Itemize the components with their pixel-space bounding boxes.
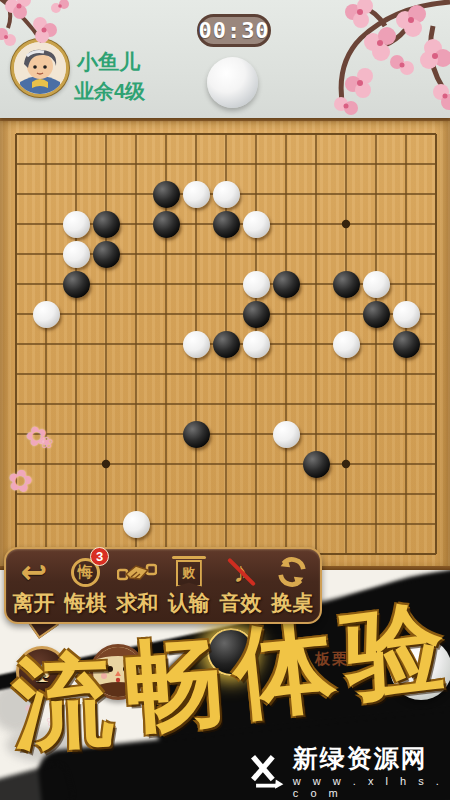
undo-label: 悔棋	[65, 592, 107, 613]
board-stones-grid[interactable]	[1, 119, 450, 569]
black-stone	[93, 241, 120, 268]
black-stone	[153, 181, 180, 208]
headline-char: 流	[11, 652, 114, 755]
draw-label: 求和	[116, 592, 158, 613]
site-name: 新绿资源网	[293, 745, 428, 773]
go-board[interactable]: ✿ ❀ ✿	[0, 117, 450, 570]
turn-indicator-white-stone	[207, 57, 258, 108]
site-logo: 新绿资源网 w w w . x l h s . c o m	[250, 745, 450, 799]
black-stone	[63, 271, 90, 298]
white-stone	[213, 181, 240, 208]
leave-label: 离开	[13, 592, 55, 613]
black-stone	[393, 331, 420, 358]
cherry-blossom-top-left	[0, 0, 94, 72]
handshake-icon	[117, 557, 157, 587]
white-stone	[33, 301, 60, 328]
black-stone	[243, 301, 270, 328]
muted-note-icon: ♪	[225, 555, 257, 589]
blossom-petal-icon: ❀	[40, 433, 53, 452]
resign-label: 认输	[168, 592, 210, 613]
black-stone	[333, 271, 360, 298]
undo-button[interactable]: 悔 3 悔棋	[60, 553, 112, 620]
black-stone	[273, 271, 300, 298]
table-label: 换桌	[271, 592, 313, 613]
game-timer: 00:30	[197, 14, 271, 47]
black-stone	[303, 451, 330, 478]
sound-toggle-button[interactable]: ♪ 音效	[215, 553, 267, 620]
white-stone	[243, 331, 270, 358]
white-stone	[183, 331, 210, 358]
offer-draw-button[interactable]: 求和	[111, 553, 163, 620]
white-stone	[63, 241, 90, 268]
white-stone	[243, 271, 270, 298]
black-stone	[213, 211, 240, 238]
undo-count-badge: 3	[90, 547, 109, 566]
top-bar: 00:30 小鱼儿 业余4级	[0, 0, 450, 118]
leave-arrow-icon: ↩	[20, 553, 47, 591]
site-url: w w w . x l h s . c o m	[293, 775, 450, 799]
white-stone	[243, 211, 270, 238]
sound-label: 音效	[220, 592, 262, 613]
white-stone	[393, 301, 420, 328]
headline-char: 体	[229, 615, 339, 725]
white-stone	[183, 181, 210, 208]
black-stone	[363, 301, 390, 328]
xl-logo-icon	[250, 748, 285, 796]
leave-button[interactable]: ↩ 离开	[8, 553, 60, 620]
app-screen: 00:30 小鱼儿 业余4级	[0, 0, 450, 800]
resign-button[interactable]: 败 认输	[163, 553, 215, 620]
headline-char: 验	[339, 597, 450, 708]
ink-brush-stroke	[0, 761, 75, 800]
black-stone	[213, 331, 240, 358]
black-stone	[153, 211, 180, 238]
white-stone	[333, 331, 360, 358]
headline-char: 畅	[120, 633, 227, 740]
defeat-flag-icon: 败	[176, 560, 202, 588]
refresh-arrows-icon	[274, 555, 310, 589]
player-rank: 业余4级	[74, 78, 145, 105]
white-stone	[273, 421, 300, 448]
change-table-button[interactable]: 换桌	[266, 553, 318, 620]
cherry-blossom-top-right	[265, 0, 450, 116]
black-stone	[183, 421, 210, 448]
black-stone	[93, 211, 120, 238]
game-toolbar: ↩ 离开 悔 3 悔棋 求和	[4, 547, 322, 624]
white-stone	[123, 511, 150, 538]
white-stone	[63, 211, 90, 238]
white-stone	[363, 271, 390, 298]
